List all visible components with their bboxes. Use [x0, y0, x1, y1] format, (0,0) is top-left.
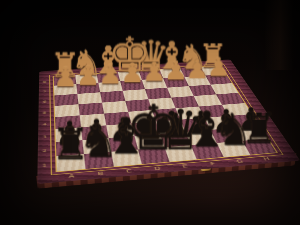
white-pawn-h7: ♟: [207, 55, 230, 81]
photo-scene: ABCDEFGH 12345678 ♜♞♝♚♛♝♞♜♟♟♟♟♟♟♟♟♟♟♟♟♟♟…: [0, 0, 300, 225]
chessboard: ABCDEFGH 12345678 ♜♞♝♚♛♝♞♜♟♟♟♟♟♟♟♟♟♟♟♟♟♟…: [37, 59, 300, 184]
rank-label-6: 6: [43, 100, 47, 103]
rank-label-8: 8: [43, 80, 47, 83]
white-pawn-d7: ♟: [120, 60, 144, 87]
white-pawn-c7: ♟: [98, 61, 122, 88]
white-pawn-b7: ♟: [76, 63, 100, 90]
white-pawn-g7: ♟: [185, 56, 209, 82]
white-pawn-f7: ♟: [164, 57, 188, 83]
rank-label-7: 7: [43, 90, 47, 93]
background-wall-shadow: [264, 0, 294, 70]
white-pawn-a7: ♟: [53, 64, 77, 91]
black-rook-a1: ♜: [51, 122, 90, 165]
white-pawn-e7: ♟: [142, 59, 166, 86]
